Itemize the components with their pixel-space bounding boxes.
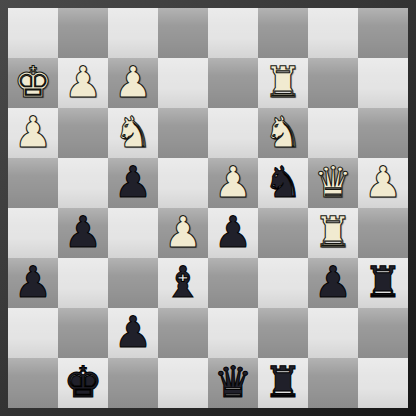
white-pawn[interactable]: ♟: [114, 61, 153, 104]
black-pawn[interactable]: ♟: [214, 211, 253, 254]
square-d5[interactable]: [158, 158, 208, 208]
square-f2[interactable]: [258, 308, 308, 358]
square-a1[interactable]: [8, 358, 58, 408]
square-d3[interactable]: ♝: [158, 258, 208, 308]
square-g6[interactable]: [308, 108, 358, 158]
square-a5[interactable]: [8, 158, 58, 208]
square-c8[interactable]: [108, 8, 158, 58]
square-h6[interactable]: [358, 108, 408, 158]
square-d4[interactable]: ♟: [158, 208, 208, 258]
black-pawn[interactable]: ♟: [114, 311, 153, 354]
black-pawn[interactable]: ♟: [14, 261, 53, 304]
square-e5[interactable]: ♟: [208, 158, 258, 208]
white-rook[interactable]: ♜: [264, 61, 303, 104]
square-e3[interactable]: [208, 258, 258, 308]
square-f1[interactable]: ♜: [258, 358, 308, 408]
square-b8[interactable]: [58, 8, 108, 58]
square-h1[interactable]: [358, 358, 408, 408]
square-b7[interactable]: ♟: [58, 58, 108, 108]
square-h7[interactable]: [358, 58, 408, 108]
square-d7[interactable]: [158, 58, 208, 108]
white-pawn[interactable]: ♟: [214, 161, 253, 204]
square-d6[interactable]: [158, 108, 208, 158]
square-c1[interactable]: [108, 358, 158, 408]
square-a2[interactable]: [8, 308, 58, 358]
square-c4[interactable]: [108, 208, 158, 258]
square-a4[interactable]: [8, 208, 58, 258]
square-g3[interactable]: ♟: [308, 258, 358, 308]
square-d2[interactable]: [158, 308, 208, 358]
black-rook[interactable]: ♜: [364, 261, 403, 304]
white-queen[interactable]: ♛: [314, 161, 353, 204]
square-b5[interactable]: [58, 158, 108, 208]
black-bishop[interactable]: ♝: [164, 261, 203, 304]
square-f8[interactable]: [258, 8, 308, 58]
square-f3[interactable]: [258, 258, 308, 308]
square-d8[interactable]: [158, 8, 208, 58]
square-c7[interactable]: ♟: [108, 58, 158, 108]
white-pawn[interactable]: ♟: [64, 61, 103, 104]
square-f7[interactable]: ♜: [258, 58, 308, 108]
square-h4[interactable]: [358, 208, 408, 258]
square-b2[interactable]: [58, 308, 108, 358]
square-a7[interactable]: ♚: [8, 58, 58, 108]
square-f4[interactable]: [258, 208, 308, 258]
white-pawn[interactable]: ♟: [364, 161, 403, 204]
square-a8[interactable]: [8, 8, 58, 58]
square-h2[interactable]: [358, 308, 408, 358]
board-frame: ♚♟♟♜♟♞♞♟♟♞♛♟♟♟♟♜♟♝♟♜♟♚♛♜: [0, 0, 416, 416]
square-b6[interactable]: [58, 108, 108, 158]
square-h3[interactable]: ♜: [358, 258, 408, 308]
square-f5[interactable]: ♞: [258, 158, 308, 208]
white-rook[interactable]: ♜: [314, 211, 353, 254]
square-f6[interactable]: ♞: [258, 108, 308, 158]
square-g1[interactable]: [308, 358, 358, 408]
square-h8[interactable]: [358, 8, 408, 58]
square-b3[interactable]: [58, 258, 108, 308]
square-b1[interactable]: ♚: [58, 358, 108, 408]
square-e2[interactable]: [208, 308, 258, 358]
square-g7[interactable]: [308, 58, 358, 108]
square-g2[interactable]: [308, 308, 358, 358]
square-g8[interactable]: [308, 8, 358, 58]
square-g5[interactable]: ♛: [308, 158, 358, 208]
square-c5[interactable]: ♟: [108, 158, 158, 208]
square-d1[interactable]: [158, 358, 208, 408]
black-rook[interactable]: ♜: [264, 361, 303, 404]
black-pawn[interactable]: ♟: [314, 261, 353, 304]
square-a3[interactable]: ♟: [8, 258, 58, 308]
square-c2[interactable]: ♟: [108, 308, 158, 358]
square-e8[interactable]: [208, 8, 258, 58]
square-e4[interactable]: ♟: [208, 208, 258, 258]
black-pawn[interactable]: ♟: [64, 211, 103, 254]
black-king[interactable]: ♚: [64, 361, 103, 404]
square-e6[interactable]: [208, 108, 258, 158]
white-pawn[interactable]: ♟: [164, 211, 203, 254]
square-e1[interactable]: ♛: [208, 358, 258, 408]
white-pawn[interactable]: ♟: [14, 111, 53, 154]
chess-board: ♚♟♟♜♟♞♞♟♟♞♛♟♟♟♟♜♟♝♟♜♟♚♛♜: [8, 8, 408, 408]
white-knight[interactable]: ♞: [114, 111, 153, 154]
square-c6[interactable]: ♞: [108, 108, 158, 158]
white-king[interactable]: ♚: [14, 61, 53, 104]
black-pawn[interactable]: ♟: [114, 161, 153, 204]
square-c3[interactable]: [108, 258, 158, 308]
black-queen[interactable]: ♛: [214, 361, 253, 404]
white-knight[interactable]: ♞: [264, 111, 303, 154]
square-b4[interactable]: ♟: [58, 208, 108, 258]
black-knight[interactable]: ♞: [264, 161, 303, 204]
square-a6[interactable]: ♟: [8, 108, 58, 158]
square-e7[interactable]: [208, 58, 258, 108]
square-h5[interactable]: ♟: [358, 158, 408, 208]
square-g4[interactable]: ♜: [308, 208, 358, 258]
